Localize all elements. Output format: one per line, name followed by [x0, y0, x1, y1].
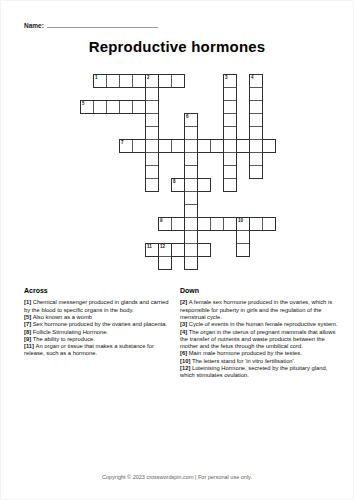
crossword-grid: 157891123461012 — [80, 74, 275, 269]
grid-cell[interactable] — [171, 75, 184, 87]
cell-number-10: 10 — [238, 219, 243, 224]
word-1-across — [93, 74, 185, 88]
word-3-down — [223, 74, 237, 192]
cell-number-4: 4 — [251, 76, 254, 81]
grid-cell[interactable] — [106, 101, 119, 113]
word-4-down — [249, 74, 263, 179]
clue-text: An organ or tissue that makes a substanc… — [24, 343, 154, 356]
grid-cell[interactable] — [250, 87, 262, 100]
clue-text: A female sex hormone produced in the ova… — [180, 299, 332, 320]
grid-cell[interactable] — [132, 75, 145, 87]
across-clues-section: Across [1] Chemical messenger produced i… — [24, 287, 176, 358]
down-clues-list: [2] A female sex hormone produced in the… — [180, 299, 338, 379]
grid-cell[interactable] — [146, 139, 158, 152]
clue-item: [11] An organ or tissue that makes a sub… — [24, 343, 176, 358]
clue-item: [12] Luteinising Hormone, secreted by th… — [180, 365, 338, 380]
grid-cell[interactable] — [250, 152, 262, 165]
clue-item: [8] Follicle Stimulating Hormone. — [24, 329, 176, 336]
grid-cell[interactable] — [158, 75, 171, 87]
word-6-down — [184, 113, 198, 270]
grid-cell[interactable] — [146, 87, 158, 100]
grid-cell[interactable] — [237, 243, 249, 256]
cell-number-12: 12 — [160, 245, 165, 250]
clue-text: The letters stand for 'in vitro fertilis… — [190, 358, 295, 364]
word-11-across — [145, 243, 211, 257]
cell-number-5: 5 — [82, 102, 85, 107]
clue-text: Also known as a womb — [31, 314, 92, 320]
clue-item: [10] The letters stand for 'in vitro fer… — [180, 358, 338, 365]
across-clues-list: [1] Chemical messenger produced in gland… — [24, 299, 176, 357]
grid-cell[interactable] — [250, 165, 262, 178]
clue-item: [3] Cycle of events in the human female … — [180, 321, 338, 328]
clue-text: Main male hormone produced by the testes… — [187, 350, 302, 356]
clue-item: [6] Main male hormone produced by the te… — [180, 350, 338, 357]
clue-item: [4] The organ in the uterus of pregnant … — [180, 329, 338, 351]
grid-cell[interactable] — [224, 178, 236, 191]
cell-number-6: 6 — [186, 115, 189, 120]
cell-number-1: 1 — [95, 76, 98, 81]
grid-cell[interactable] — [119, 101, 132, 113]
grid-cell[interactable] — [146, 113, 158, 126]
grid-cell[interactable] — [249, 218, 262, 230]
clue-item: [5] Also known as a womb — [24, 314, 176, 321]
cell-number-3: 3 — [225, 76, 228, 81]
name-blank-line[interactable] — [47, 20, 158, 28]
grid-cell[interactable] — [146, 152, 158, 165]
name-row: Name: — [24, 20, 158, 29]
grid-cell[interactable] — [250, 126, 262, 139]
grid-cell[interactable] — [185, 204, 197, 217]
grid-cell[interactable] — [250, 100, 262, 113]
grid-cell[interactable] — [224, 113, 236, 126]
grid-cell[interactable] — [185, 230, 197, 243]
word-2-down — [145, 74, 159, 192]
clue-number: [11] — [24, 343, 34, 349]
grid-cell[interactable] — [158, 140, 171, 152]
grid-cell[interactable] — [146, 126, 158, 139]
clue-item: [7] Sex hormone produced by the ovaries … — [24, 321, 176, 328]
grid-cell[interactable] — [185, 178, 197, 191]
down-clues-section: Down [2] A female sex hormone produced i… — [180, 287, 338, 380]
across-header: Across — [24, 287, 176, 296]
grid-cell[interactable] — [132, 101, 145, 113]
clue-text: The organ in the uterus of pregnant mamm… — [180, 329, 335, 350]
clue-text: Follicle Stimulating Hormone. — [31, 329, 108, 335]
word-9-across — [158, 217, 276, 231]
grid-cell[interactable] — [197, 244, 210, 256]
grid-cell[interactable] — [185, 217, 197, 230]
grid-cell[interactable] — [224, 87, 236, 100]
grid-cell[interactable] — [185, 256, 197, 269]
grid-cell[interactable] — [93, 101, 106, 113]
grid-cell[interactable] — [119, 75, 132, 87]
grid-cell[interactable] — [171, 218, 184, 230]
grid-cell[interactable] — [262, 218, 275, 230]
grid-cell[interactable] — [224, 152, 236, 165]
grid-cell[interactable] — [197, 218, 210, 230]
grid-cell[interactable] — [224, 165, 236, 178]
grid-cell[interactable] — [224, 126, 236, 139]
grid-cell[interactable] — [106, 75, 119, 87]
grid-cell[interactable] — [146, 100, 158, 113]
grid-cell[interactable] — [185, 243, 197, 256]
clue-text: The ability to reproduce. — [31, 336, 95, 342]
grid-cell[interactable] — [250, 139, 262, 152]
grid-cell[interactable] — [159, 256, 171, 269]
grid-cell[interactable] — [185, 191, 197, 204]
name-label: Name: — [24, 22, 44, 29]
clue-item: [2] A female sex hormone produced in the… — [180, 299, 338, 321]
copyright-footer: Copyright © 2023 crosswordspin.com | For… — [0, 474, 354, 480]
grid-cell[interactable] — [236, 140, 249, 152]
grid-cell[interactable] — [224, 139, 236, 152]
grid-cell[interactable] — [237, 230, 249, 243]
grid-cell[interactable] — [262, 140, 275, 152]
grid-cell[interactable] — [171, 140, 184, 152]
down-header: Down — [180, 287, 338, 296]
grid-cell[interactable] — [185, 165, 197, 178]
grid-cell[interactable] — [132, 140, 145, 152]
cell-number-11: 11 — [147, 245, 152, 250]
cell-number-8: 8 — [173, 180, 176, 185]
clue-item: [9] The ability to reproduce. — [24, 336, 176, 343]
grid-cell[interactable] — [197, 179, 210, 191]
grid-cell[interactable] — [210, 218, 223, 230]
grid-cell[interactable] — [146, 165, 158, 178]
grid-cell[interactable] — [210, 140, 223, 152]
grid-cell[interactable] — [185, 126, 197, 139]
clue-text: Chemical messenger produced in glands an… — [24, 299, 168, 312]
clue-number: [10] — [180, 358, 190, 364]
clue-item: [1] Chemical messenger produced in gland… — [24, 299, 176, 314]
grid-cell[interactable] — [171, 244, 184, 256]
worksheet-page: Name: Reproductive hormones 157891123461… — [0, 0, 354, 500]
cell-number-7: 7 — [121, 141, 124, 146]
clue-number: [12] — [180, 365, 190, 371]
grid-cell[interactable] — [250, 113, 262, 126]
grid-cell[interactable] — [185, 152, 197, 165]
grid-cell[interactable] — [223, 218, 236, 230]
grid-cell[interactable] — [146, 178, 158, 191]
grid-cell[interactable] — [197, 140, 210, 152]
clue-text: Sex hormone produced by the ovaries and … — [31, 321, 167, 327]
grid-cell[interactable] — [224, 100, 236, 113]
grid-cell[interactable] — [185, 139, 197, 152]
clue-text: Luteinising Hormone, secreted by the pit… — [180, 365, 327, 378]
puzzle-title: Reproductive hormones — [0, 38, 354, 55]
cell-number-2: 2 — [147, 76, 150, 81]
clue-text: Cycle of events in the human female repr… — [187, 321, 337, 327]
cell-number-9: 9 — [160, 219, 163, 224]
